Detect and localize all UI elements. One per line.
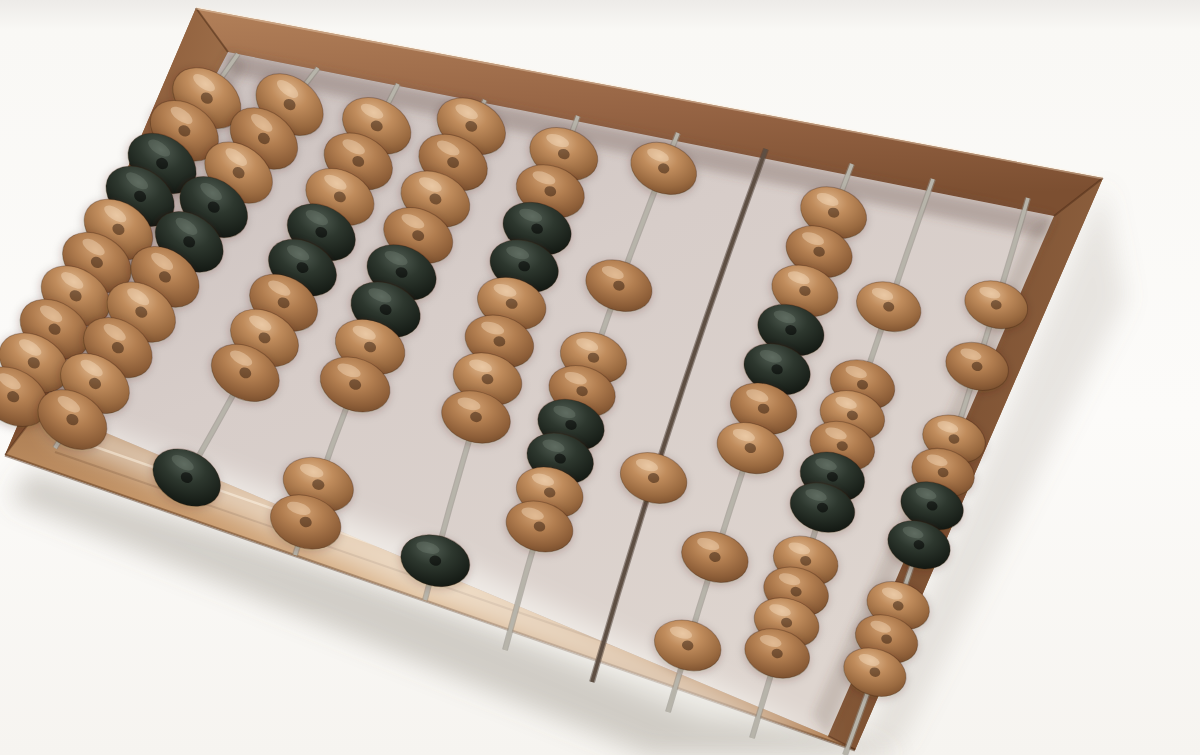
photo-stage	[0, 0, 1200, 755]
abacus-photo	[0, 0, 1200, 755]
